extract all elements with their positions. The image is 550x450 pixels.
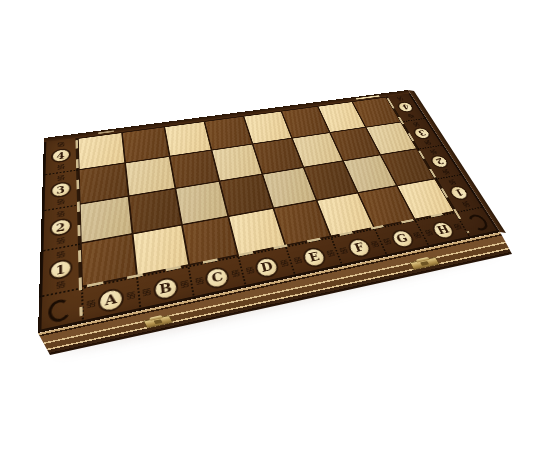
scrollwork-icon: §§ (293, 256, 302, 265)
square-d4 (205, 117, 251, 149)
scrollwork-icon: §§ (56, 280, 64, 290)
scrollwork-icon: §§ (382, 237, 392, 245)
scrollwork-icon: §§ (57, 141, 64, 147)
scrollwork-icon: §§ (413, 122, 421, 128)
file-label-a: A (97, 286, 124, 313)
file-label-b: B (152, 275, 179, 301)
scrollwork-icon: §§ (339, 246, 348, 255)
rank-label-right-2: 2 (429, 154, 452, 169)
scrollwork-icon: §§ (370, 240, 380, 248)
chess-box-photo: §§4§§§§3§§§§2§§§§1§§ §§4§§§§3§§§§2§§§§1§… (0, 0, 550, 450)
corner-curl-icon (47, 297, 73, 325)
scrollwork-icon: §§ (462, 200, 471, 207)
scrollwork-icon: §§ (126, 290, 135, 300)
scrollwork-icon: §§ (195, 276, 204, 286)
scrollwork-icon: §§ (86, 299, 95, 310)
rank-cell-content: §§1§§ (39, 245, 81, 296)
rank-label-right-4: 4 (396, 101, 416, 113)
scrollwork-icon: §§ (56, 250, 64, 259)
rank-label-cell-left-1: §§1§§ (39, 243, 81, 296)
scrollwork-icon: §§ (397, 96, 405, 101)
scrollwork-icon: §§ (448, 179, 457, 186)
front-right-clasp (409, 257, 440, 270)
scrollwork-icon: §§ (57, 210, 65, 218)
corner-curl-icon (465, 213, 491, 233)
scrollwork-icon: §§ (442, 168, 451, 175)
scrollwork-icon: §§ (142, 287, 151, 297)
scrollwork-icon: §§ (57, 174, 64, 181)
file-label-c: C (204, 265, 232, 290)
scrollwork-icon: §§ (57, 198, 64, 206)
scrollwork-icon: §§ (56, 236, 64, 245)
front-left-clasp (143, 315, 174, 328)
file-label-e: E (300, 246, 328, 269)
scrollwork-icon: §§ (180, 279, 189, 289)
scrollwork-icon: §§ (326, 249, 335, 258)
rank-label-right-1: 1 (447, 185, 471, 202)
scrollwork-icon: §§ (57, 164, 64, 171)
rank-label-left-1: 1 (48, 258, 72, 281)
scrollwork-icon: §§ (245, 266, 254, 275)
file-label-d: D (253, 255, 281, 279)
scrollwork-icon: §§ (407, 113, 415, 118)
scrollwork-icon: §§ (424, 140, 432, 146)
rank-label-right-3: 3 (411, 127, 433, 141)
scrollwork-icon: §§ (279, 259, 288, 268)
left-rank-border: §§4§§§§3§§§§2§§§§1§§ (39, 138, 81, 296)
scrollwork-icon: §§ (231, 269, 240, 279)
rank-label-left-4: 4 (51, 148, 71, 164)
rank-label-left-2: 2 (49, 217, 71, 237)
scrollwork-icon: §§ (430, 149, 438, 155)
rank-label-left-3: 3 (50, 181, 71, 199)
